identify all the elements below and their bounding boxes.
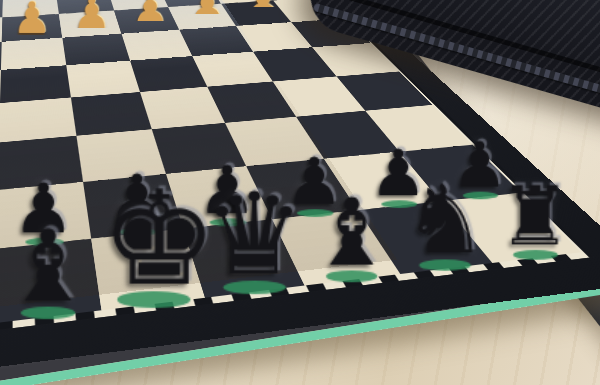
square-f4[interactable] (0, 65, 71, 103)
square-e2[interactable]: ♟ (59, 10, 122, 37)
square-d2[interactable]: ♟ (114, 7, 179, 34)
piece-white-pawn[interactable]: ♟ (2, 0, 62, 40)
piece-white-pawn[interactable]: ♟ (235, 0, 292, 24)
piece-black-bishop[interactable]: ♝ (301, 186, 402, 279)
piece-black-bishop[interactable]: ♝ (0, 216, 101, 315)
piece-white-pawn[interactable]: ♟ (62, 0, 121, 36)
square-e4[interactable] (66, 61, 140, 98)
piece-black-knight[interactable]: ♞ (395, 173, 494, 267)
square-f3[interactable] (1, 38, 66, 70)
piece-black-king[interactable]: ♚ (101, 173, 206, 303)
piece-white-pawn[interactable]: ♟ (178, 0, 236, 28)
square-e8[interactable]: ♚ (91, 229, 205, 310)
square-a5[interactable] (337, 72, 433, 111)
piece-white-pawn[interactable]: ♟ (121, 0, 180, 32)
piece-black-rook[interactable]: ♜ (486, 175, 583, 256)
square-f5[interactable] (0, 97, 76, 142)
photo-scene: ♜♞♝♚♛♝♞♜♟♟♟♟♟♟♟♟♟♟♟♟♟♟♟♟♜♞♝♚♛♝♞♜ (0, 0, 600, 385)
piece-white-pawn[interactable]: ♟ (0, 0, 1, 44)
square-f8[interactable]: ♝ (0, 239, 102, 324)
piece-black-queen[interactable]: ♛ (203, 178, 306, 291)
square-f2[interactable]: ♟ (2, 14, 63, 42)
square-e5[interactable] (71, 92, 152, 136)
